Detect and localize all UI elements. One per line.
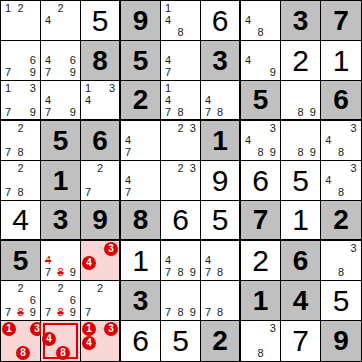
- candidate-1: 1: [82, 82, 94, 94]
- candidate-4: 4: [202, 254, 214, 266]
- cell-r6c9[interactable]: 2: [321, 201, 361, 241]
- cell-r5c8[interactable]: 5: [281, 161, 321, 201]
- candidate-grid: 26789: [42, 282, 79, 319]
- candidate-9: 9: [267, 147, 279, 159]
- candidate-4: 4: [122, 174, 134, 186]
- cell-value: 2: [121, 81, 160, 119]
- candidate-7: 7: [42, 106, 54, 118]
- candidate-grid: 27: [82, 282, 118, 319]
- cell-value: 5: [81, 1, 119, 40]
- cell-r2c9[interactable]: 1: [321, 41, 361, 81]
- candidate-3: 3: [347, 242, 360, 254]
- cell-r4c3[interactable]: 6: [81, 121, 121, 161]
- cell-r6c8[interactable]: 1: [281, 201, 321, 241]
- candidate-4: 4: [242, 134, 254, 146]
- candidate-grid: 4679: [42, 42, 79, 79]
- candidate-1: 1: [2, 82, 14, 94]
- candidate-7: 7: [162, 307, 174, 319]
- cell-value: 6: [201, 1, 239, 40]
- candidate-8: 8: [294, 106, 306, 118]
- cell-r5c9[interactable]: 348: [321, 161, 361, 201]
- cell-r2c4[interactable]: 5: [121, 41, 161, 81]
- cell-r3c8[interactable]: 89: [281, 81, 321, 121]
- cell-r5c5[interactable]: 23: [161, 161, 201, 201]
- cell-r8c3[interactable]: 27: [81, 281, 121, 321]
- candidate-7: 7: [82, 187, 94, 199]
- cell-r5c3[interactable]: 27: [81, 161, 121, 201]
- cell-value: 5: [201, 201, 239, 239]
- candidate-9: 9: [27, 307, 39, 319]
- cell-value: 3: [281, 1, 320, 40]
- cell-value: 2: [201, 321, 239, 361]
- candidate-grid: 78: [202, 282, 238, 319]
- candidate-7: 7: [202, 267, 214, 279]
- candidate-grid: 348: [322, 122, 360, 159]
- cell-value: 5: [241, 81, 280, 119]
- candidate-grid: 134: [82, 82, 118, 118]
- cell-value: 5: [1, 241, 40, 280]
- candidate-2: 2: [94, 282, 106, 294]
- cell-value: 1: [41, 161, 80, 200]
- candidate-1: 1: [162, 82, 174, 94]
- cell-r8c1[interactable]: 26789: [1, 281, 41, 321]
- cell-r6c3[interactable]: 9: [81, 201, 121, 241]
- cell-value: 6: [281, 241, 320, 280]
- cell-value: 2: [321, 201, 361, 239]
- cell-value: 3: [41, 201, 80, 239]
- candidate-2: 2: [174, 122, 186, 134]
- cell-r7c6[interactable]: 478: [201, 241, 241, 281]
- candidate-9: 9: [307, 147, 319, 159]
- cell-value: 3: [201, 41, 239, 80]
- cell-value: 6: [161, 201, 200, 239]
- cell-r5c2[interactable]: 1: [41, 161, 81, 201]
- cell-r9c5[interactable]: 5: [161, 321, 201, 361]
- cell-r1c6[interactable]: 6: [201, 1, 241, 41]
- candidate-2: 2: [14, 122, 26, 134]
- cell-value: 7: [241, 201, 280, 239]
- cell-r3c4[interactable]: 2: [121, 81, 161, 121]
- candidate-8: 8: [214, 106, 226, 118]
- cell-r4c8[interactable]: 89: [281, 121, 321, 161]
- cell-value: 2: [241, 241, 280, 280]
- candidate-grid: 89: [282, 122, 319, 159]
- candidate-8: 8: [254, 147, 266, 159]
- candidate-grid: 278: [2, 162, 39, 199]
- cell-r8c9[interactable]: 5: [321, 281, 361, 321]
- cell-r1c1[interactable]: 12: [1, 1, 41, 41]
- candidate-4: 4: [242, 54, 254, 66]
- cell-r6c1[interactable]: 4: [1, 201, 41, 241]
- candidate-8: 8: [335, 147, 348, 159]
- candidate-9: 9: [27, 106, 39, 118]
- candidate-grid: 47: [162, 42, 199, 79]
- candidate-8: 8: [254, 347, 266, 360]
- cell-r2c2[interactable]: 4679: [41, 41, 81, 81]
- candidate-grid: 24: [42, 2, 79, 39]
- candidate-8: 8: [294, 147, 306, 159]
- candidate-grid: 348: [322, 162, 360, 199]
- candidate-3: 3: [187, 122, 199, 134]
- candidate-3: 3: [106, 82, 118, 94]
- candidate-8-struck: 8: [54, 307, 66, 319]
- cell-r8c4[interactable]: 3: [121, 281, 161, 321]
- candidate-3: 3: [347, 122, 360, 134]
- candidate-8: 8: [214, 307, 226, 319]
- cell-r7c5[interactable]: 4789: [161, 241, 201, 281]
- candidate-4: 4: [42, 54, 54, 66]
- cell-r8c6[interactable]: 78: [201, 281, 241, 321]
- candidate-grid: 89: [282, 82, 319, 118]
- candidate-4-circled: 4: [42, 332, 56, 346]
- candidate-8-struck: 8: [54, 267, 66, 279]
- cell-r8c2[interactable]: 26789: [41, 281, 81, 321]
- candidate-grid: 38: [242, 322, 279, 360]
- candidate-7: 7: [42, 267, 54, 279]
- candidate-grid: 1478: [162, 82, 199, 118]
- candidate-grid: 4789: [162, 242, 199, 279]
- cell-r9c1[interactable]: 138: [1, 321, 41, 361]
- candidate-6: 6: [67, 54, 79, 66]
- cell-value: 8: [121, 201, 160, 239]
- candidate-8-circled: 8: [56, 346, 70, 360]
- cell-value: 6: [321, 81, 361, 119]
- candidate-2: 2: [14, 282, 26, 294]
- cell-r3c2[interactable]: 479: [41, 81, 81, 121]
- candidate-grid: 789: [162, 282, 199, 319]
- candidate-7: 7: [2, 307, 14, 319]
- cell-r3c5[interactable]: 1478: [161, 81, 201, 121]
- candidate-grid: 49: [242, 42, 279, 79]
- cell-r9c6[interactable]: 2: [201, 321, 241, 361]
- candidate-grid: 23: [162, 162, 199, 199]
- candidate-grid: 1379: [2, 82, 39, 118]
- cell-r3c1[interactable]: 1379: [1, 81, 41, 121]
- candidate-grid: 48: [42, 322, 79, 360]
- cell-value: 5: [41, 121, 80, 160]
- cell-r9c9[interactable]: 9: [321, 321, 361, 361]
- candidate-7: 7: [2, 147, 14, 159]
- cell-r4c2[interactable]: 5: [41, 121, 81, 161]
- cell-r2c1[interactable]: 679: [1, 41, 41, 81]
- cell-r3c9[interactable]: 6: [321, 81, 361, 121]
- cell-value: 6: [121, 321, 160, 361]
- candidate-grid: 26789: [2, 282, 39, 319]
- candidate-7: 7: [2, 67, 14, 79]
- candidate-6: 6: [27, 54, 39, 66]
- cell-r7c2[interactable]: 4789: [41, 241, 81, 281]
- candidate-grid: 138: [2, 322, 39, 360]
- cell-r4c6[interactable]: 1: [201, 121, 241, 161]
- cell-r9c8[interactable]: 7: [281, 321, 321, 361]
- cell-r1c8[interactable]: 3: [281, 1, 321, 41]
- candidate-2: 2: [14, 2, 26, 14]
- cell-value: 1: [321, 41, 361, 80]
- cell-value: 7: [281, 321, 320, 361]
- candidate-grid: 27: [82, 162, 118, 199]
- candidate-7: 7: [122, 187, 134, 199]
- cell-r4c7[interactable]: 3489: [241, 121, 281, 161]
- candidate-9: 9: [67, 67, 79, 79]
- cell-r6c5[interactable]: 6: [161, 201, 201, 241]
- cell-value: 9: [121, 1, 160, 40]
- candidate-grid: 38: [322, 242, 360, 279]
- candidate-4: 4: [162, 254, 174, 266]
- cell-r4c4[interactable]: 47: [121, 121, 161, 161]
- candidate-8: 8: [174, 27, 186, 39]
- cell-value: 9: [201, 161, 239, 200]
- cell-r1c2[interactable]: 24: [41, 1, 81, 41]
- candidate-9: 9: [67, 106, 79, 118]
- candidate-grid: 3489: [242, 122, 279, 159]
- candidate-4: 4: [42, 14, 54, 26]
- candidate-grid: 278: [2, 122, 39, 159]
- candidate-8: 8: [14, 187, 26, 199]
- candidate-3: 3: [267, 322, 279, 335]
- candidate-9: 9: [267, 67, 279, 79]
- cell-r9c3[interactable]: 134: [81, 321, 121, 361]
- cell-value: 1: [201, 121, 239, 160]
- candidate-3: 3: [27, 82, 39, 94]
- candidate-9: 9: [307, 106, 319, 118]
- candidate-8: 8: [335, 267, 348, 279]
- cell-value: 1: [241, 281, 280, 320]
- candidate-4: 4: [42, 94, 54, 106]
- cell-r2c5[interactable]: 47: [161, 41, 201, 81]
- candidate-3: 3: [267, 122, 279, 134]
- candidate-grid: 134: [82, 322, 118, 360]
- cell-value: 2: [281, 41, 320, 80]
- candidate-4: 4: [202, 94, 214, 106]
- cell-r4c5[interactable]: 23: [161, 121, 201, 161]
- cell-r6c7[interactable]: 7: [241, 201, 281, 241]
- candidate-grid: 47: [122, 122, 159, 159]
- candidate-grid: 4789: [42, 242, 79, 279]
- candidate-3: 3: [347, 162, 360, 174]
- candidate-grid: 148: [162, 2, 199, 39]
- candidate-7: 7: [202, 106, 214, 118]
- cell-r1c7[interactable]: 48: [241, 1, 281, 41]
- cell-r8c8[interactable]: 4: [281, 281, 321, 321]
- candidate-2: 2: [174, 162, 186, 174]
- cell-r1c9[interactable]: 7: [321, 1, 361, 41]
- cell-value: 1: [281, 201, 320, 239]
- cell-r2c8[interactable]: 2: [281, 41, 321, 81]
- candidate-9: 9: [187, 307, 199, 319]
- cell-r9c4[interactable]: 6: [121, 321, 161, 361]
- candidate-grid: 34: [82, 242, 118, 279]
- candidate-8: 8: [174, 106, 186, 118]
- candidate-7: 7: [2, 106, 14, 118]
- candidate-4: 4: [162, 54, 174, 66]
- cell-value: 4: [1, 201, 40, 239]
- candidate-grid: 478: [202, 242, 238, 279]
- cell-value: 4: [281, 281, 320, 320]
- candidate-7: 7: [42, 67, 54, 79]
- cell-r5c1[interactable]: 278: [1, 161, 41, 201]
- cell-value: 3: [121, 281, 160, 320]
- candidate-4: 4: [322, 174, 335, 186]
- candidate-4-struck: 4: [42, 254, 54, 266]
- candidate-grid: 479: [42, 82, 79, 118]
- cell-r1c4[interactable]: 9: [121, 1, 161, 41]
- candidate-2: 2: [94, 162, 106, 174]
- cell-value: 5: [161, 321, 200, 361]
- candidate-4: 4: [322, 134, 335, 146]
- candidate-4: 4: [162, 94, 174, 106]
- candidate-2: 2: [54, 282, 66, 294]
- candidate-3: 3: [187, 162, 199, 174]
- candidate-4: 4: [82, 94, 94, 106]
- candidate-8: 8: [214, 267, 226, 279]
- candidate-9: 9: [67, 267, 79, 279]
- candidate-9: 9: [27, 67, 39, 79]
- cell-r7c1[interactable]: 5: [1, 241, 41, 281]
- cell-r7c3[interactable]: 34: [81, 241, 121, 281]
- cell-value: 6: [241, 161, 280, 200]
- candidate-1: 1: [2, 2, 14, 14]
- candidate-3-circled: 3: [104, 242, 118, 256]
- candidate-8-circled: 8: [16, 346, 30, 360]
- cell-r5c6[interactable]: 9: [201, 161, 241, 201]
- cell-r3c7[interactable]: 5: [241, 81, 281, 121]
- candidate-grid: 478: [202, 82, 238, 118]
- candidate-8: 8: [335, 187, 348, 199]
- cell-r7c4[interactable]: 1: [121, 241, 161, 281]
- candidate-7: 7: [42, 307, 54, 319]
- candidate-4: 4: [162, 14, 174, 26]
- cell-r2c3[interactable]: 8: [81, 41, 121, 81]
- candidate-8: 8: [174, 307, 186, 319]
- candidate-9: 9: [187, 267, 199, 279]
- candidate-grid: 12: [2, 2, 39, 39]
- candidate-7: 7: [82, 307, 94, 319]
- candidate-8: 8: [174, 267, 186, 279]
- cell-value: 9: [321, 321, 361, 361]
- candidate-7: 7: [122, 147, 134, 159]
- cell-r5c4[interactable]: 47: [121, 161, 161, 201]
- cell-r9c2[interactable]: 48: [41, 321, 81, 361]
- candidate-grid: 47: [122, 162, 159, 199]
- candidate-7: 7: [202, 307, 214, 319]
- cell-r5c7[interactable]: 6: [241, 161, 281, 201]
- cell-r4c9[interactable]: 348: [321, 121, 361, 161]
- cell-r8c5[interactable]: 789: [161, 281, 201, 321]
- cell-value: 5: [321, 281, 361, 320]
- cell-r6c4[interactable]: 8: [121, 201, 161, 241]
- cell-r1c5[interactable]: 148: [161, 1, 201, 41]
- cell-r2c7[interactable]: 49: [241, 41, 281, 81]
- candidate-1-circled: 1: [2, 322, 16, 336]
- cell-value: 7: [321, 1, 361, 40]
- sudoku-board: 1224591486483767946798547349211379479134…: [0, 0, 362, 362]
- cell-r6c6[interactable]: 5: [201, 201, 241, 241]
- candidate-1: 1: [162, 2, 174, 14]
- cell-value: 6: [81, 121, 119, 160]
- cell-r9c7[interactable]: 38: [241, 321, 281, 361]
- cell-r7c7[interactable]: 2: [241, 241, 281, 281]
- cell-value: 9: [81, 201, 119, 239]
- candidate-4-circled: 4: [82, 336, 96, 350]
- cell-value: 8: [81, 41, 119, 80]
- cell-value: 5: [121, 41, 160, 80]
- cell-r6c2[interactable]: 3: [41, 201, 81, 241]
- cell-r7c8[interactable]: 6: [281, 241, 321, 281]
- candidate-4: 4: [242, 14, 254, 26]
- candidate-2: 2: [54, 2, 66, 14]
- candidate-8-struck: 8: [14, 307, 26, 319]
- candidate-8: 8: [254, 27, 266, 39]
- candidate-grid: 679: [2, 42, 39, 79]
- candidate-4: 4: [122, 134, 134, 146]
- candidate-2: 2: [14, 162, 26, 174]
- candidate-3-circled: 3: [104, 322, 118, 336]
- candidate-7: 7: [162, 106, 174, 118]
- cell-r8c7[interactable]: 1: [241, 281, 281, 321]
- cell-r7c9[interactable]: 38: [321, 241, 361, 281]
- candidate-7: 7: [162, 267, 174, 279]
- cell-value: 5: [281, 161, 320, 200]
- candidate-9: 9: [67, 307, 79, 319]
- cell-r4c1[interactable]: 278: [1, 121, 41, 161]
- candidate-8: 8: [14, 147, 26, 159]
- candidate-6: 6: [67, 294, 79, 306]
- cell-r2c6[interactable]: 3: [201, 41, 241, 81]
- candidate-grid: 48: [242, 2, 279, 39]
- candidate-4-circled: 4: [82, 256, 96, 270]
- candidate-1-circled: 1: [82, 322, 96, 336]
- cell-r3c6[interactable]: 478: [201, 81, 241, 121]
- cell-r1c3[interactable]: 5: [81, 1, 121, 41]
- cell-r3c3[interactable]: 134: [81, 81, 121, 121]
- candidate-7: 7: [2, 187, 14, 199]
- cell-value: 1: [121, 241, 160, 280]
- candidate-grid: 23: [162, 122, 199, 159]
- candidate-6: 6: [27, 294, 39, 306]
- candidate-7: 7: [162, 67, 174, 79]
